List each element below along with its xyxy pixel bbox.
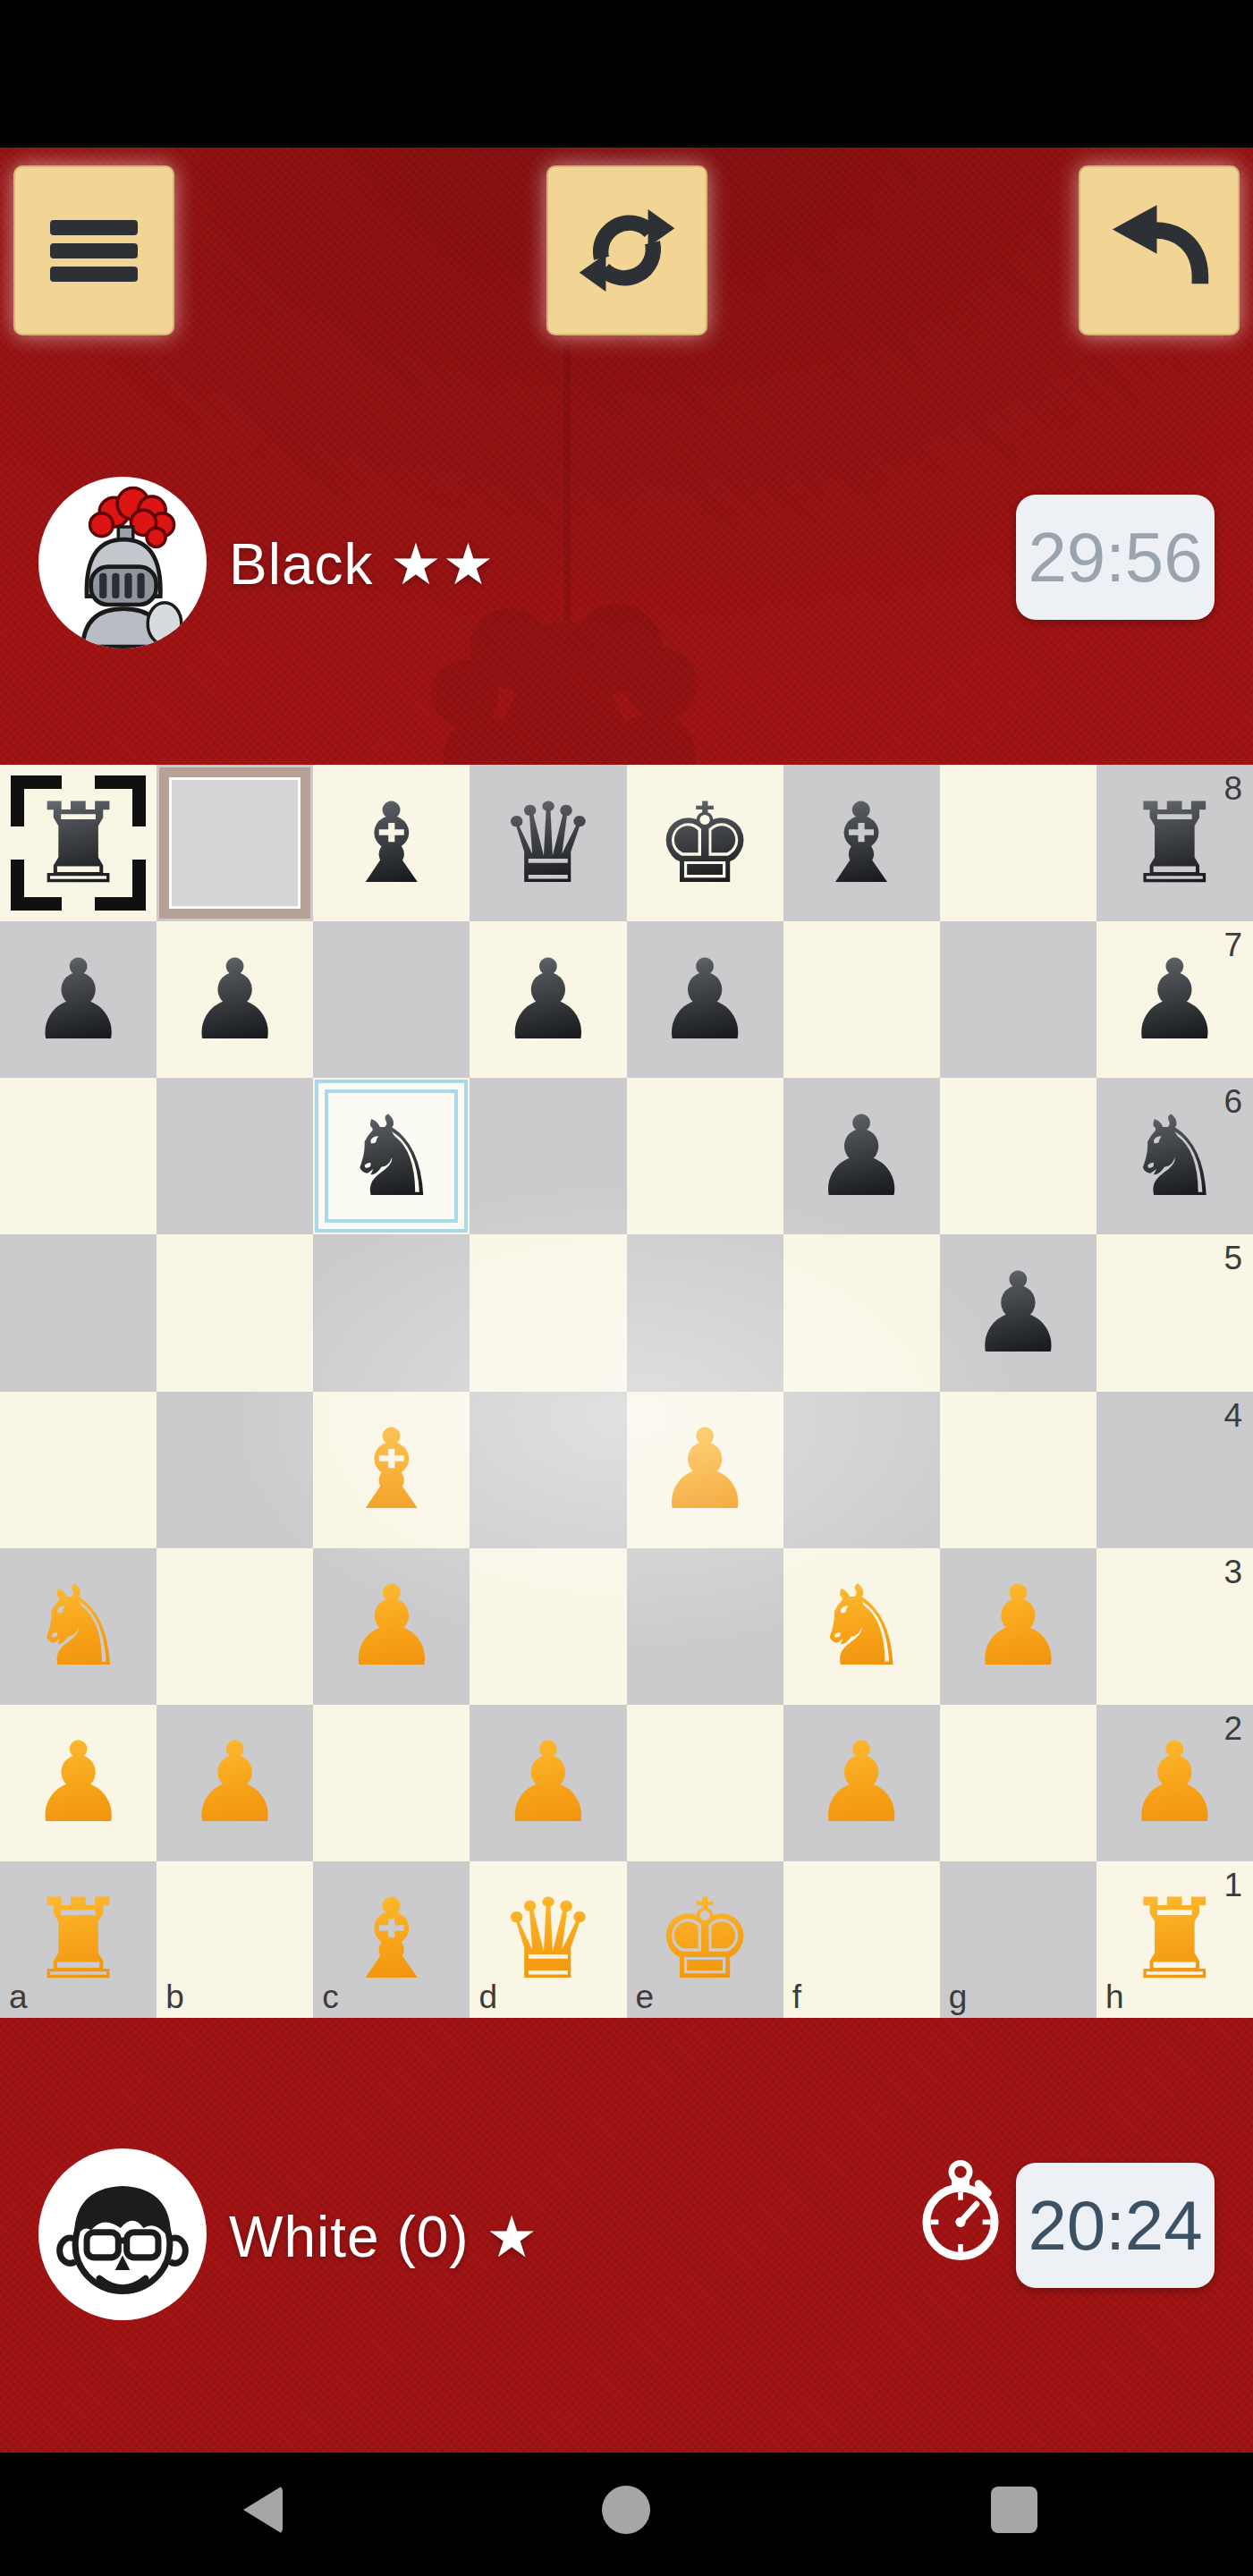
white-pawn: ♟: [157, 1705, 313, 1861]
last-move-from-highlight: [159, 767, 310, 919]
white-player-clock: 20:24: [1016, 2163, 1215, 2288]
file-label: d: [478, 1979, 497, 2016]
black-king: ♚: [627, 765, 783, 921]
boy-with-glasses-icon: [38, 2148, 207, 2320]
square-d1[interactable]: ♛d: [470, 1861, 626, 2018]
square-h3[interactable]: 3: [1096, 1548, 1253, 1705]
black-player-name: Black ★★: [229, 531, 495, 597]
square-b3[interactable]: [157, 1548, 313, 1705]
refresh-button[interactable]: [546, 165, 707, 335]
square-c4[interactable]: ♝: [313, 1392, 470, 1548]
square-h7[interactable]: ♟7: [1096, 921, 1253, 1078]
black-pawn: ♟: [0, 921, 157, 1078]
square-a8[interactable]: ♜: [0, 765, 157, 921]
stopwatch-icon: [910, 2156, 1011, 2267]
file-label: a: [9, 1979, 28, 2016]
file-label: b: [165, 1979, 184, 2016]
square-a1[interactable]: ♜a: [0, 1861, 157, 2018]
rank-label: 4: [1223, 1397, 1242, 1435]
square-b6[interactable]: [157, 1078, 313, 1234]
white-pawn: ♟: [0, 1705, 157, 1861]
square-h5[interactable]: 5: [1096, 1234, 1253, 1391]
chess-board[interactable]: ♜♝♛♚♝♜8♟♟♟♟♟7♞♟♞6♟5♝♟4♞♟♞♟3♟♟♟♟♟2♜ab♝c♛d…: [0, 765, 1253, 2018]
square-g8[interactable]: [940, 765, 1096, 921]
square-g6[interactable]: [940, 1078, 1096, 1234]
file-label: f: [792, 1979, 801, 2016]
square-d8[interactable]: ♛: [470, 765, 626, 921]
white-pawn: ♟: [627, 1392, 783, 1548]
square-e7[interactable]: ♟: [627, 921, 783, 1078]
square-f2[interactable]: ♟: [783, 1705, 940, 1861]
square-g5[interactable]: ♟: [940, 1234, 1096, 1391]
square-c8[interactable]: ♝: [313, 765, 470, 921]
square-b8[interactable]: [157, 765, 313, 921]
white-knight: ♞: [783, 1548, 940, 1705]
square-b7[interactable]: ♟: [157, 921, 313, 1078]
black-pawn: ♟: [627, 921, 783, 1078]
home-icon[interactable]: [602, 2486, 650, 2534]
square-d2[interactable]: ♟: [470, 1705, 626, 1861]
square-f4[interactable]: [783, 1392, 940, 1548]
back-icon[interactable]: [243, 2486, 283, 2534]
white-pawn: ♟: [470, 1705, 626, 1861]
square-e4[interactable]: ♟: [627, 1392, 783, 1548]
square-c2[interactable]: [313, 1705, 470, 1861]
square-f6[interactable]: ♟: [783, 1078, 940, 1234]
recents-icon[interactable]: [991, 2487, 1037, 2533]
file-label: c: [322, 1979, 339, 2016]
square-h6[interactable]: ♞6: [1096, 1078, 1253, 1234]
square-e8[interactable]: ♚: [627, 765, 783, 921]
square-h2[interactable]: ♟2: [1096, 1705, 1253, 1861]
square-a5[interactable]: [0, 1234, 157, 1391]
square-f7[interactable]: [783, 921, 940, 1078]
file-label: g: [949, 1979, 968, 2016]
square-f3[interactable]: ♞: [783, 1548, 940, 1705]
square-g2[interactable]: [940, 1705, 1096, 1861]
square-e3[interactable]: [627, 1548, 783, 1705]
rank-label: 2: [1223, 1710, 1242, 1748]
black-knight: ♞: [313, 1078, 470, 1234]
file-label: e: [636, 1979, 655, 2016]
square-b2[interactable]: ♟: [157, 1705, 313, 1861]
undo-button[interactable]: [1079, 165, 1240, 335]
black-pawn: ♟: [157, 921, 313, 1078]
menu-button[interactable]: [13, 165, 174, 335]
square-b5[interactable]: [157, 1234, 313, 1391]
square-g7[interactable]: [940, 921, 1096, 1078]
black-bishop: ♝: [313, 765, 470, 921]
square-c7[interactable]: [313, 921, 470, 1078]
black-player-clock: 29:56: [1016, 495, 1215, 620]
square-c3[interactable]: ♟: [313, 1548, 470, 1705]
square-d5[interactable]: [470, 1234, 626, 1391]
white-pawn: ♟: [313, 1548, 470, 1705]
white-pawn: ♟: [783, 1705, 940, 1861]
square-a3[interactable]: ♞: [0, 1548, 157, 1705]
black-pawn: ♟: [470, 921, 626, 1078]
rank-label: 8: [1223, 770, 1242, 808]
square-g4[interactable]: [940, 1392, 1096, 1548]
phone-screen: Black ★★ 29:56 ♜♝♛♚♝♜8♟♟♟♟♟7♞♟♞6♟5♝♟4♞♟♞…: [0, 0, 1253, 2576]
square-g1[interactable]: g: [940, 1861, 1096, 2018]
square-d4[interactable]: [470, 1392, 626, 1548]
square-a4[interactable]: [0, 1392, 157, 1548]
square-a2[interactable]: ♟: [0, 1705, 157, 1861]
rank-label: 1: [1223, 1867, 1242, 1904]
square-c6[interactable]: ♞: [313, 1078, 470, 1234]
square-h1[interactable]: ♜1h: [1096, 1861, 1253, 2018]
square-g3[interactable]: ♟: [940, 1548, 1096, 1705]
rank-label: 5: [1223, 1240, 1242, 1277]
rank-label: 6: [1223, 1083, 1242, 1121]
white-pawn: ♟: [940, 1548, 1096, 1705]
square-b1[interactable]: b: [157, 1861, 313, 2018]
square-b4[interactable]: [157, 1392, 313, 1548]
square-e5[interactable]: [627, 1234, 783, 1391]
square-f8[interactable]: ♝: [783, 765, 940, 921]
square-f5[interactable]: [783, 1234, 940, 1391]
square-e2[interactable]: [627, 1705, 783, 1861]
square-c5[interactable]: [313, 1234, 470, 1391]
hamburger-icon: [50, 212, 138, 290]
black-player-avatar[interactable]: [38, 477, 207, 648]
square-h8[interactable]: ♜8: [1096, 765, 1253, 921]
black-queen: ♛: [470, 765, 626, 921]
square-a7[interactable]: ♟: [0, 921, 157, 1078]
rank-label: 3: [1223, 1554, 1242, 1591]
white-player-name: White (0) ★: [229, 2204, 538, 2270]
status-bar: [0, 0, 1253, 148]
white-bishop: ♝: [313, 1392, 470, 1548]
square-h4[interactable]: 4: [1096, 1392, 1253, 1548]
black-pawn: ♟: [940, 1234, 1096, 1391]
square-e1[interactable]: ♚e: [627, 1861, 783, 2018]
square-c1[interactable]: ♝c: [313, 1861, 470, 2018]
square-e6[interactable]: [627, 1078, 783, 1234]
square-a6[interactable]: [0, 1078, 157, 1234]
white-player-avatar[interactable]: [38, 2148, 207, 2320]
square-d7[interactable]: ♟: [470, 921, 626, 1078]
rank-label: 7: [1223, 927, 1242, 964]
square-d6[interactable]: [470, 1078, 626, 1234]
knight-helmet-icon: [38, 477, 207, 648]
refresh-icon: [571, 195, 682, 306]
undo-arrow-icon: [1104, 195, 1215, 306]
square-f1[interactable]: f: [783, 1861, 940, 2018]
black-pawn: ♟: [783, 1078, 940, 1234]
white-knight: ♞: [0, 1548, 157, 1705]
square-d3[interactable]: [470, 1548, 626, 1705]
black-bishop: ♝: [783, 765, 940, 921]
file-label: h: [1105, 1979, 1124, 2016]
